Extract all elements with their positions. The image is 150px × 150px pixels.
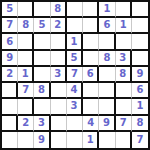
sudoku-cell-r6c6[interactable] — [83, 83, 99, 99]
sudoku-cell-r2c9[interactable] — [132, 18, 148, 34]
sudoku-cell-r7c5[interactable]: 3 — [67, 99, 83, 115]
given-digit: 6 — [136, 85, 143, 95]
sudoku-cell-r9c4[interactable] — [51, 132, 67, 148]
given-digit: 4 — [87, 118, 94, 128]
given-digit: 1 — [22, 69, 29, 79]
given-digit: 9 — [103, 118, 110, 128]
sudoku-cell-r4c7[interactable]: 8 — [99, 51, 115, 67]
sudoku-cell-r8c1[interactable] — [2, 116, 18, 132]
sudoku-cell-r3c4[interactable] — [51, 34, 67, 50]
sudoku-cell-r4c6[interactable] — [83, 51, 99, 67]
given-digit: 5 — [71, 53, 78, 63]
sudoku-cell-r2c1[interactable]: 7 — [2, 18, 18, 34]
sudoku-cell-r3c3[interactable] — [34, 34, 50, 50]
sudoku-cell-r9c6[interactable]: 1 — [83, 132, 99, 148]
sudoku-cell-r8c5[interactable] — [67, 116, 83, 132]
sudoku-cell-r9c7[interactable] — [99, 132, 115, 148]
given-digit: 8 — [103, 53, 110, 63]
sudoku-cell-r5c3[interactable] — [34, 67, 50, 83]
sudoku-cell-r3c6[interactable] — [83, 34, 99, 50]
sudoku-cell-r5c8[interactable]: 8 — [116, 67, 132, 83]
given-digit: 6 — [6, 37, 13, 47]
sudoku-cell-r2c3[interactable]: 5 — [34, 18, 50, 34]
given-digit: 3 — [71, 101, 78, 111]
given-digit: 7 — [71, 69, 78, 79]
sudoku-cell-r5c5[interactable]: 7 — [67, 67, 83, 83]
sudoku-cell-r1c6[interactable] — [83, 2, 99, 18]
sudoku-cell-r4c3[interactable] — [34, 51, 50, 67]
sudoku-cell-r2c5[interactable] — [67, 18, 83, 34]
given-digit: 2 — [54, 20, 61, 30]
given-digit: 3 — [119, 53, 126, 63]
sudoku-cell-r7c4[interactable] — [51, 99, 67, 115]
sudoku-cell-r9c9[interactable]: 7 — [132, 132, 148, 148]
sudoku-cell-r4c4[interactable] — [51, 51, 67, 67]
sudoku-cell-r9c1[interactable] — [2, 132, 18, 148]
sudoku-cell-r3c7[interactable] — [99, 34, 115, 50]
sudoku-cell-r8c7[interactable]: 9 — [99, 116, 115, 132]
given-digit: 8 — [136, 118, 143, 128]
sudoku-cell-r1c7[interactable]: 1 — [99, 2, 115, 18]
given-digit: 2 — [22, 118, 29, 128]
given-digit: 5 — [6, 4, 13, 14]
sudoku-cell-r6c8[interactable] — [116, 83, 132, 99]
given-digit: 7 — [120, 118, 127, 128]
sudoku-cell-r9c3[interactable]: 9 — [34, 132, 50, 148]
sudoku-cell-r1c5[interactable] — [67, 2, 83, 18]
sudoku-cell-r4c1[interactable]: 9 — [2, 51, 18, 67]
given-digit: 1 — [136, 101, 143, 111]
sudoku-cell-r6c4[interactable] — [51, 83, 67, 99]
given-digit: 1 — [120, 20, 127, 30]
sudoku-cell-r9c5[interactable] — [67, 132, 83, 148]
sudoku-cell-r1c3[interactable] — [34, 2, 50, 18]
sudoku-cell-r2c8[interactable]: 1 — [116, 18, 132, 34]
sudoku-cell-r6c9[interactable]: 6 — [132, 83, 148, 99]
sudoku-cell-r8c8[interactable]: 7 — [116, 116, 132, 132]
sudoku-cell-r4c5[interactable]: 5 — [67, 51, 83, 67]
sudoku-cell-r1c9[interactable] — [132, 2, 148, 18]
given-digit: 5 — [39, 20, 46, 30]
sudoku-cell-r3c9[interactable] — [132, 34, 148, 50]
given-digit: 1 — [103, 4, 110, 14]
given-digit: 1 — [87, 135, 94, 145]
sudoku-cell-r4c9[interactable] — [132, 51, 148, 67]
sudoku-board: 5817852616195832137689784631234978917 — [0, 0, 150, 150]
sudoku-cell-r1c2[interactable] — [18, 2, 34, 18]
given-digit: 8 — [22, 20, 29, 30]
sudoku-cell-r3c8[interactable] — [116, 34, 132, 50]
sudoku-cell-r7c6[interactable] — [83, 99, 99, 115]
sudoku-cell-r7c3[interactable] — [34, 99, 50, 115]
sudoku-cell-r9c8[interactable] — [116, 132, 132, 148]
sudoku-cell-r5c9[interactable]: 9 — [132, 67, 148, 83]
given-digit: 7 — [136, 135, 143, 145]
sudoku-cell-r1c8[interactable] — [116, 2, 132, 18]
sudoku-cell-r3c1[interactable]: 6 — [2, 34, 18, 50]
given-digit: 9 — [136, 69, 143, 79]
sudoku-cell-r5c4[interactable]: 3 — [51, 67, 67, 83]
sudoku-cell-r7c7[interactable] — [99, 99, 115, 115]
sudoku-cell-r2c2[interactable]: 8 — [18, 18, 34, 34]
sudoku-cell-r3c5[interactable]: 1 — [67, 34, 83, 50]
given-digit: 3 — [54, 69, 61, 79]
given-digit: 8 — [54, 4, 61, 14]
given-digit: 8 — [119, 69, 126, 79]
sudoku-cell-r9c2[interactable] — [18, 132, 34, 148]
sudoku-cell-r3c2[interactable] — [18, 34, 34, 50]
sudoku-cell-r7c9[interactable]: 1 — [132, 99, 148, 115]
sudoku-cell-r2c6[interactable] — [83, 18, 99, 34]
given-digit: 7 — [6, 20, 13, 30]
sudoku-cell-r6c2[interactable]: 7 — [18, 83, 34, 99]
given-digit: 8 — [38, 85, 45, 95]
sudoku-cell-r6c5[interactable]: 4 — [67, 83, 83, 99]
sudoku-cell-r4c8[interactable]: 3 — [116, 51, 132, 67]
given-digit: 6 — [103, 20, 110, 30]
sudoku-cell-r5c2[interactable]: 1 — [18, 67, 34, 83]
sudoku-cell-r7c8[interactable] — [116, 99, 132, 115]
sudoku-cell-r8c3[interactable]: 3 — [34, 116, 50, 132]
sudoku-cell-r5c6[interactable]: 6 — [83, 67, 99, 83]
sudoku-cell-r6c3[interactable]: 8 — [34, 83, 50, 99]
sudoku-cell-r1c4[interactable]: 8 — [51, 2, 67, 18]
sudoku-cell-r5c1[interactable]: 2 — [2, 67, 18, 83]
given-digit: 9 — [38, 135, 45, 145]
sudoku-cell-r5c7[interactable] — [99, 67, 115, 83]
given-digit: 4 — [71, 85, 78, 95]
sudoku-cell-r8c6[interactable]: 4 — [83, 116, 99, 132]
sudoku-cell-r7c2[interactable] — [18, 99, 34, 115]
given-digit: 3 — [38, 118, 45, 128]
sudoku-cell-r6c1[interactable] — [2, 83, 18, 99]
sudoku-cell-r8c4[interactable] — [51, 116, 67, 132]
sudoku-cell-r1c1[interactable]: 5 — [2, 2, 18, 18]
sudoku-cell-r2c4[interactable]: 2 — [51, 18, 67, 34]
sudoku-cell-r7c1[interactable] — [2, 99, 18, 115]
sudoku-cell-r4c2[interactable] — [18, 51, 34, 67]
sudoku-cell-r6c7[interactable] — [99, 83, 115, 99]
sudoku-cell-r8c9[interactable]: 8 — [132, 116, 148, 132]
given-digit: 9 — [6, 53, 13, 63]
sudoku-cell-r2c7[interactable]: 6 — [99, 18, 115, 34]
given-digit: 2 — [6, 69, 13, 79]
given-digit: 7 — [22, 85, 29, 95]
given-digit: 6 — [87, 69, 94, 79]
sudoku-cell-r8c2[interactable]: 2 — [18, 116, 34, 132]
given-digit: 1 — [71, 37, 78, 47]
